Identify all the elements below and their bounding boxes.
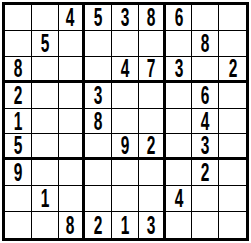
cell-r9c4[interactable]: 2 (85, 212, 112, 238)
cell-r3c6[interactable]: 7 (139, 57, 166, 83)
given-digit: 1 (40, 186, 49, 211)
given-digit: 6 (201, 83, 210, 108)
cell-r4c5[interactable] (112, 83, 139, 109)
cell-r4c7[interactable] (166, 83, 193, 109)
cell-r7c9[interactable] (219, 160, 246, 186)
cell-r8c1[interactable] (5, 186, 32, 212)
given-digit: 2 (94, 213, 103, 238)
cell-r6c7[interactable] (166, 134, 193, 160)
given-digit: 9 (121, 134, 130, 158)
cell-r4c1[interactable]: 2 (5, 83, 32, 109)
cell-r1c1[interactable] (5, 5, 32, 31)
cell-r1c3[interactable]: 4 (59, 5, 86, 31)
cell-r2c5[interactable] (112, 31, 139, 57)
cell-r3c5[interactable]: 4 (112, 57, 139, 83)
cell-r4c3[interactable] (59, 83, 86, 109)
cell-r7c4[interactable] (85, 160, 112, 186)
given-digit: 5 (14, 134, 23, 158)
given-digit: 8 (14, 57, 23, 81)
cell-r1c2[interactable] (32, 5, 59, 31)
cell-r8c8[interactable] (192, 186, 219, 212)
given-digit: 3 (201, 134, 210, 158)
cell-r9c7[interactable] (166, 212, 193, 238)
cell-r3c2[interactable] (32, 57, 59, 83)
cell-r1c4[interactable]: 5 (85, 5, 112, 31)
cell-r7c3[interactable] (59, 160, 86, 186)
cell-r9c1[interactable] (5, 212, 32, 238)
cell-r6c8[interactable]: 3 (192, 134, 219, 160)
cell-r6c3[interactable] (59, 134, 86, 160)
given-digit: 5 (94, 5, 103, 30)
cell-r1c6[interactable]: 8 (139, 5, 166, 31)
cell-r3c4[interactable] (85, 57, 112, 83)
cell-r1c5[interactable]: 3 (112, 5, 139, 31)
cell-r5c2[interactable] (32, 109, 59, 135)
cell-r5c6[interactable] (139, 109, 166, 135)
cell-r3c3[interactable] (59, 57, 86, 83)
cell-r2c3[interactable] (59, 31, 86, 57)
given-digit: 2 (146, 134, 155, 158)
given-digit: 7 (146, 57, 155, 81)
given-digit: 8 (201, 31, 210, 56)
cell-r5c3[interactable] (59, 109, 86, 135)
given-digit: 2 (201, 160, 210, 185)
cell-r7c6[interactable] (139, 160, 166, 186)
cell-r8c9[interactable] (219, 186, 246, 212)
cell-r9c3[interactable]: 8 (59, 212, 86, 238)
cell-r2c1[interactable] (5, 31, 32, 57)
given-digit: 4 (121, 57, 130, 81)
given-digit: 4 (66, 5, 75, 30)
cell-r8c6[interactable] (139, 186, 166, 212)
given-digit: 3 (121, 5, 130, 30)
cell-r9c5[interactable]: 1 (112, 212, 139, 238)
cell-r1c9[interactable] (219, 5, 246, 31)
given-digit: 3 (174, 57, 183, 81)
given-digit: 3 (94, 83, 103, 108)
cell-r8c7[interactable]: 4 (166, 186, 193, 212)
cell-r7c5[interactable] (112, 160, 139, 186)
sudoku-board-wrapper: 453865884732236184592392148213 (0, 0, 251, 243)
cell-r6c1[interactable]: 5 (5, 134, 32, 160)
cell-r8c2[interactable]: 1 (32, 186, 59, 212)
cell-r9c6[interactable]: 3 (139, 212, 166, 238)
cell-r2c4[interactable] (85, 31, 112, 57)
cell-r9c8[interactable] (192, 212, 219, 238)
cell-r6c5[interactable]: 9 (112, 134, 139, 160)
cell-r1c8[interactable] (192, 5, 219, 31)
cell-r7c8[interactable]: 2 (192, 160, 219, 186)
cell-r7c2[interactable] (32, 160, 59, 186)
cell-r4c6[interactable] (139, 83, 166, 109)
cell-r8c5[interactable] (112, 186, 139, 212)
given-digit: 1 (121, 213, 130, 238)
cell-r2c9[interactable] (219, 31, 246, 57)
cell-r5c1[interactable]: 1 (5, 109, 32, 135)
cell-r2c6[interactable] (139, 31, 166, 57)
given-digit: 8 (66, 213, 75, 238)
given-digit: 2 (228, 57, 237, 81)
cell-r5c8[interactable]: 4 (192, 109, 219, 135)
given-digit: 8 (146, 5, 155, 30)
cell-r4c2[interactable] (32, 83, 59, 109)
given-digit: 3 (146, 213, 155, 238)
cell-r5c7[interactable] (166, 109, 193, 135)
sudoku-board: 453865884732236184592392148213 (2, 2, 249, 241)
cell-r2c2[interactable]: 5 (32, 31, 59, 57)
cell-r5c4[interactable]: 8 (85, 109, 112, 135)
given-digit: 8 (94, 109, 103, 134)
cell-r6c4[interactable] (85, 134, 112, 160)
cell-r4c9[interactable] (219, 83, 246, 109)
cell-r8c4[interactable] (85, 186, 112, 212)
cell-r3c9[interactable]: 2 (219, 57, 246, 83)
cell-r3c8[interactable] (192, 57, 219, 83)
cell-r6c9[interactable] (219, 134, 246, 160)
given-digit: 4 (201, 109, 210, 134)
cell-r3c1[interactable]: 8 (5, 57, 32, 83)
cell-r3c7[interactable]: 3 (166, 57, 193, 83)
cell-r9c2[interactable] (32, 212, 59, 238)
given-digit: 9 (14, 160, 23, 185)
given-digit: 6 (174, 5, 183, 30)
cell-r2c8[interactable]: 8 (192, 31, 219, 57)
cell-r4c8[interactable]: 6 (192, 83, 219, 109)
given-digit: 2 (14, 83, 23, 108)
given-digit: 4 (174, 186, 183, 211)
cell-r1c7[interactable]: 6 (166, 5, 193, 31)
cell-r7c1[interactable]: 9 (5, 160, 32, 186)
cell-r6c2[interactable] (32, 134, 59, 160)
cell-r7c7[interactable] (166, 160, 193, 186)
cell-r8c3[interactable] (59, 186, 86, 212)
given-digit: 5 (40, 31, 49, 56)
cell-r9c9[interactable] (219, 212, 246, 238)
given-digit: 1 (14, 109, 23, 134)
cell-r4c4[interactable]: 3 (85, 83, 112, 109)
cell-r5c9[interactable] (219, 109, 246, 135)
cell-r6c6[interactable]: 2 (139, 134, 166, 160)
cell-r5c5[interactable] (112, 109, 139, 135)
cell-r2c7[interactable] (166, 31, 193, 57)
